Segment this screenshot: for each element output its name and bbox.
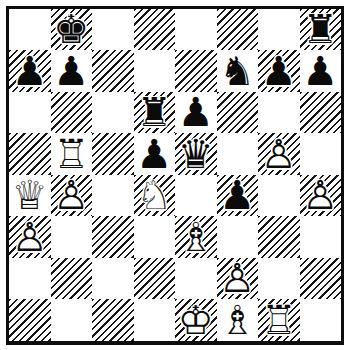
square-a1 [9, 299, 51, 341]
piece-halo: ♚ [51, 9, 93, 51]
white-rook-icon: ♖ [51, 133, 93, 175]
piece-halo: ♟ [51, 50, 93, 92]
square-c3 [92, 216, 134, 258]
piece-halo: ♜ [300, 9, 342, 51]
square-g3 [258, 216, 300, 258]
piece-halo: ♛ [9, 175, 51, 217]
square-c8 [92, 9, 134, 51]
piece-halo: ♜ [51, 133, 93, 175]
piece-halo: ♟ [300, 50, 342, 92]
square-d1 [134, 299, 176, 341]
white-pawn-icon: ♙ [9, 216, 51, 258]
piece-halo: ♜ [258, 299, 300, 341]
square-h4: ♟♙ [300, 175, 342, 217]
square-e8 [175, 9, 217, 51]
square-c4 [92, 175, 134, 217]
white-bishop-icon: ♗ [175, 216, 217, 258]
piece-halo: ♟ [300, 175, 342, 217]
black-pawn-icon: ♟ [258, 50, 300, 92]
white-king-icon: ♔ [175, 299, 217, 341]
square-b8: ♚♚ [51, 9, 93, 51]
square-b2 [51, 258, 93, 300]
white-queen-icon: ♕ [9, 175, 51, 217]
white-pawn-icon: ♙ [217, 258, 259, 300]
white-rook-icon: ♖ [258, 299, 300, 341]
white-knight-icon: ♘ [134, 175, 176, 217]
square-d3 [134, 216, 176, 258]
black-pawn-icon: ♟ [217, 175, 259, 217]
square-e2 [175, 258, 217, 300]
square-f7: ♞♞ [217, 50, 259, 92]
white-pawn-icon: ♙ [51, 175, 93, 217]
square-h7: ♟♟ [300, 50, 342, 92]
square-e5: ♛♛ [175, 133, 217, 175]
square-b5: ♜♖ [51, 133, 93, 175]
square-f5 [217, 133, 259, 175]
square-h5 [300, 133, 342, 175]
piece-halo: ♟ [51, 175, 93, 217]
square-a5 [9, 133, 51, 175]
square-f2: ♟♙ [217, 258, 259, 300]
square-d6: ♜♜ [134, 92, 176, 134]
piece-halo: ♟ [9, 50, 51, 92]
square-h8: ♜♜ [300, 9, 342, 51]
square-g5: ♟♙ [258, 133, 300, 175]
square-h6 [300, 92, 342, 134]
square-e7 [175, 50, 217, 92]
square-g4 [258, 175, 300, 217]
square-d8 [134, 9, 176, 51]
black-rook-icon: ♜ [134, 92, 176, 134]
piece-halo: ♞ [134, 175, 176, 217]
square-a3: ♟♙ [9, 216, 51, 258]
square-h2 [300, 258, 342, 300]
square-f3 [217, 216, 259, 258]
square-f6 [217, 92, 259, 134]
white-pawn-icon: ♙ [258, 133, 300, 175]
piece-halo: ♚ [175, 299, 217, 341]
square-b3 [51, 216, 93, 258]
black-pawn-icon: ♟ [51, 50, 93, 92]
square-h3 [300, 216, 342, 258]
square-e6: ♟♟ [175, 92, 217, 134]
square-a8 [9, 9, 51, 51]
black-pawn-icon: ♟ [9, 50, 51, 92]
white-pawn-icon: ♙ [300, 175, 342, 217]
square-d5: ♟♟ [134, 133, 176, 175]
piece-halo: ♟ [175, 92, 217, 134]
square-g6 [258, 92, 300, 134]
square-g8 [258, 9, 300, 51]
piece-halo: ♟ [258, 50, 300, 92]
piece-halo: ♟ [9, 216, 51, 258]
piece-halo: ♞ [217, 50, 259, 92]
square-c7 [92, 50, 134, 92]
square-b6 [51, 92, 93, 134]
square-a2 [9, 258, 51, 300]
black-pawn-icon: ♟ [300, 50, 342, 92]
square-c5 [92, 133, 134, 175]
black-queen-icon: ♛ [175, 133, 217, 175]
square-a7: ♟♟ [9, 50, 51, 92]
square-e3: ♝♗ [175, 216, 217, 258]
square-c6 [92, 92, 134, 134]
square-e4 [175, 175, 217, 217]
chess-board: ♚♚♜♜♟♟♟♟♞♞♟♟♟♟♜♜♟♟♜♖♟♟♛♛♟♙♛♕♟♙♞♘♟♟♟♙♟♙♝♗… [6, 6, 344, 345]
square-b1 [51, 299, 93, 341]
square-f1: ♝♗ [217, 299, 259, 341]
square-a6 [9, 92, 51, 134]
square-a4: ♛♕ [9, 175, 51, 217]
square-f4: ♟♟ [217, 175, 259, 217]
piece-halo: ♟ [217, 175, 259, 217]
black-king-icon: ♚ [51, 9, 93, 51]
black-knight-icon: ♞ [217, 50, 259, 92]
square-d2 [134, 258, 176, 300]
square-c1 [92, 299, 134, 341]
piece-halo: ♟ [258, 133, 300, 175]
black-pawn-icon: ♟ [134, 133, 176, 175]
square-g2 [258, 258, 300, 300]
square-d4: ♞♘ [134, 175, 176, 217]
square-h1 [300, 299, 342, 341]
white-bishop-icon: ♗ [217, 299, 259, 341]
black-rook-icon: ♜ [300, 9, 342, 51]
square-f8 [217, 9, 259, 51]
piece-halo: ♝ [217, 299, 259, 341]
square-d7 [134, 50, 176, 92]
square-c2 [92, 258, 134, 300]
piece-halo: ♜ [134, 92, 176, 134]
piece-halo: ♟ [134, 133, 176, 175]
piece-halo: ♛ [175, 133, 217, 175]
square-e1: ♚♔ [175, 299, 217, 341]
black-pawn-icon: ♟ [175, 92, 217, 134]
diagram-page: ♚♚♜♜♟♟♟♟♞♞♟♟♟♟♜♜♟♟♜♖♟♟♛♛♟♙♛♕♟♙♞♘♟♟♟♙♟♙♝♗… [0, 0, 350, 350]
square-g7: ♟♟ [258, 50, 300, 92]
square-g1: ♜♖ [258, 299, 300, 341]
square-b7: ♟♟ [51, 50, 93, 92]
piece-halo: ♟ [217, 258, 259, 300]
piece-halo: ♝ [175, 216, 217, 258]
square-b4: ♟♙ [51, 175, 93, 217]
